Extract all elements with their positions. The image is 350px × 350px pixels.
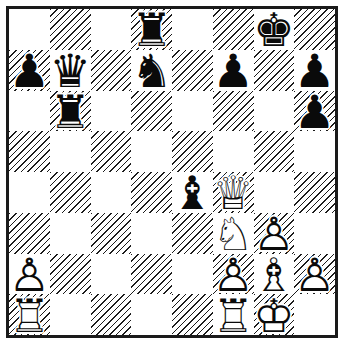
piece-glyph-outline: ♖ xyxy=(213,295,254,336)
square-c8[interactable] xyxy=(91,9,132,50)
square-b1[interactable] xyxy=(50,294,91,335)
square-a1[interactable]: ♜♖ xyxy=(9,294,50,335)
square-h5[interactable] xyxy=(294,131,335,172)
square-a4[interactable] xyxy=(9,172,50,213)
square-c3[interactable] xyxy=(91,213,132,254)
square-g1[interactable]: ♚♔ xyxy=(254,294,295,335)
square-f6[interactable] xyxy=(213,91,254,132)
square-c1[interactable] xyxy=(91,294,132,335)
square-c2[interactable] xyxy=(91,254,132,295)
square-b5[interactable] xyxy=(50,131,91,172)
piece-white-king: ♚♔ xyxy=(254,294,295,335)
square-g7[interactable] xyxy=(254,50,295,91)
square-e3[interactable] xyxy=(172,213,213,254)
square-b2[interactable] xyxy=(50,254,91,295)
piece-glyph: ♞ xyxy=(131,51,172,92)
piece-glyph: ♚ xyxy=(254,10,295,51)
square-a5[interactable] xyxy=(9,131,50,172)
square-c7[interactable] xyxy=(91,50,132,91)
square-h4[interactable] xyxy=(294,172,335,213)
square-b3[interactable] xyxy=(50,213,91,254)
piece-glyph: ♟ xyxy=(9,51,50,92)
square-e8[interactable] xyxy=(172,9,213,50)
piece-black-pawn: ♟ xyxy=(294,91,335,132)
piece-glyph: ♟ xyxy=(294,92,335,133)
square-c5[interactable] xyxy=(91,131,132,172)
square-h2[interactable]: ♟♙ xyxy=(294,254,335,295)
piece-glyph-outline: ♖ xyxy=(9,295,50,336)
square-d6[interactable] xyxy=(131,91,172,132)
piece-black-pawn: ♟ xyxy=(213,50,254,91)
piece-black-bishop: ♝ xyxy=(172,172,213,213)
square-d3[interactable] xyxy=(131,213,172,254)
square-b6[interactable]: ♜ xyxy=(50,91,91,132)
piece-white-rook: ♜♖ xyxy=(9,294,50,335)
square-d5[interactable] xyxy=(131,131,172,172)
chessboard: ♜♚♟♛♞♟♟♜♟♝♛♕♞♘♟♙♟♙♟♙♝♗♟♙♜♖♜♖♚♔ xyxy=(9,9,335,335)
square-f7[interactable]: ♟ xyxy=(213,50,254,91)
square-e6[interactable] xyxy=(172,91,213,132)
square-f1[interactable]: ♜♖ xyxy=(213,294,254,335)
square-g5[interactable] xyxy=(254,131,295,172)
square-a7[interactable]: ♟ xyxy=(9,50,50,91)
piece-black-rook: ♜ xyxy=(50,91,91,132)
piece-white-pawn: ♟♙ xyxy=(294,254,335,295)
square-b4[interactable] xyxy=(50,172,91,213)
square-h1[interactable] xyxy=(294,294,335,335)
square-h6[interactable]: ♟ xyxy=(294,91,335,132)
square-a6[interactable] xyxy=(9,91,50,132)
square-g6[interactable] xyxy=(254,91,295,132)
board-frame: ♜♚♟♛♞♟♟♜♟♝♛♕♞♘♟♙♟♙♟♙♝♗♟♙♜♖♜♖♚♔ xyxy=(6,6,338,338)
square-d2[interactable] xyxy=(131,254,172,295)
square-d7[interactable]: ♞ xyxy=(131,50,172,91)
piece-glyph: ♜ xyxy=(50,92,91,133)
piece-black-king: ♚ xyxy=(254,9,295,50)
square-c6[interactable] xyxy=(91,91,132,132)
square-e4[interactable]: ♝ xyxy=(172,172,213,213)
piece-glyph-outline: ♔ xyxy=(254,295,295,336)
square-d4[interactable] xyxy=(131,172,172,213)
piece-glyph: ♟ xyxy=(213,51,254,92)
square-e7[interactable] xyxy=(172,50,213,91)
square-e1[interactable] xyxy=(172,294,213,335)
square-d1[interactable] xyxy=(131,294,172,335)
chess-diagram: ♜♚♟♛♞♟♟♜♟♝♛♕♞♘♟♙♟♙♟♙♝♗♟♙♜♖♜♖♚♔ xyxy=(0,0,350,350)
piece-black-knight: ♞ xyxy=(131,50,172,91)
piece-black-pawn: ♟ xyxy=(9,50,50,91)
square-g8[interactable]: ♚ xyxy=(254,9,295,50)
square-c4[interactable] xyxy=(91,172,132,213)
piece-glyph: ♝ xyxy=(172,173,213,214)
piece-glyph-outline: ♙ xyxy=(294,255,335,296)
piece-white-rook: ♜♖ xyxy=(213,294,254,335)
square-e2[interactable] xyxy=(172,254,213,295)
